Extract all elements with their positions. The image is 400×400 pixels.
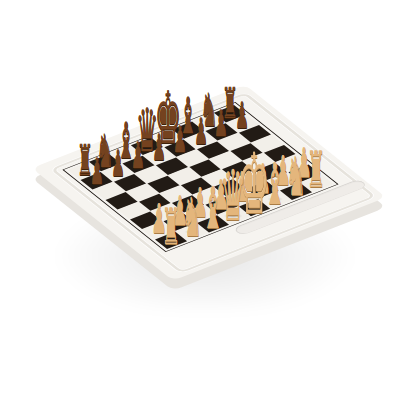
chess-set-photo: ♜♞♝♛♚♝♞♜♟♟♟♟♟♟♟♟♟♟♟♟♟♟♟♟♜♞♝♛♚♝♞♜ <box>0 0 400 400</box>
